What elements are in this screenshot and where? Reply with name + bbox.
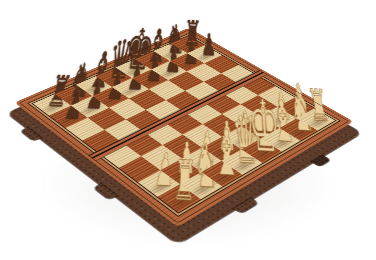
case-foot-tab [20, 128, 41, 142]
chess-set-product-photo: ♜♞♝♛♚♝♞♜♟♟♟♟♟♟♟♟♟♟♟♟♟♟♟♟♜♞♝♛♚♝♞♜ [0, 0, 376, 260]
piece-black-pawn: ♟ [201, 33, 217, 57]
piece-white-rook: ♜ [306, 89, 331, 123]
